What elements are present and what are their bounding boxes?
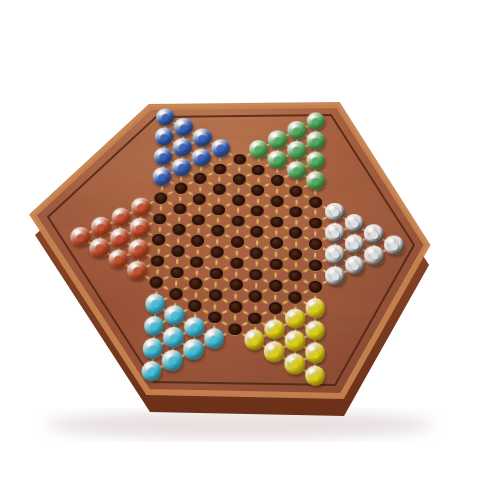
marble-glyph: ● <box>273 154 283 164</box>
board-hole[interactable] <box>212 204 225 215</box>
board-hole[interactable] <box>268 302 281 314</box>
brass-inlay-dash <box>282 268 288 273</box>
board-hole[interactable] <box>194 173 207 184</box>
product-photo-scene: ●●●●●●●●●●●●●●●●●●●●●●●●●●●●●●●●●●●●●●●●… <box>0 0 500 500</box>
marble-green[interactable]: ● <box>306 151 325 170</box>
marble-glyph: ● <box>150 298 160 310</box>
board-hole[interactable] <box>149 277 163 289</box>
brass-inlay-dash <box>263 256 269 261</box>
brass-inlay-dash <box>159 206 162 212</box>
brass-inlay-dash <box>237 187 240 193</box>
brass-inlay-dash <box>177 237 180 243</box>
marble-green[interactable]: ● <box>268 130 287 148</box>
board-hole[interactable] <box>209 289 223 301</box>
board-hole[interactable] <box>249 269 262 281</box>
board-hole[interactable] <box>169 288 183 300</box>
marble-glyph: ● <box>177 162 187 173</box>
brass-inlay-dash <box>164 264 170 269</box>
marble-red[interactable]: ● <box>70 227 91 247</box>
brass-inlay-dash <box>236 228 239 234</box>
marble-glyph: ● <box>292 125 301 135</box>
brass-inlay-dash <box>283 257 289 262</box>
marble-glyph: ● <box>311 176 320 187</box>
marble-red[interactable]: ● <box>131 197 151 216</box>
brass-inlay-dash <box>302 279 308 284</box>
board-hole[interactable] <box>252 165 265 176</box>
board-hole[interactable] <box>190 256 204 268</box>
marble-red[interactable]: ● <box>90 217 111 236</box>
brass-inlay-dash <box>256 198 258 204</box>
board-hole[interactable] <box>269 259 282 271</box>
brass-inlay-dash <box>224 245 230 250</box>
brass-inlay-dash <box>262 300 269 305</box>
board-hole[interactable] <box>232 174 245 185</box>
board-hole[interactable] <box>152 234 166 246</box>
marble-blue[interactable]: ● <box>174 118 194 136</box>
marble-yellow[interactable]: ● <box>305 320 325 341</box>
board-hole[interactable] <box>213 163 226 174</box>
brass-inlay-dash <box>184 254 190 259</box>
marble-glyph: ● <box>179 122 189 132</box>
marble-blue[interactable]: ● <box>191 148 211 167</box>
brass-inlay-dash <box>207 172 213 177</box>
marble-glyph: ● <box>178 142 188 152</box>
marble-glyph: ● <box>148 342 159 354</box>
marble-glyph: ● <box>290 358 300 370</box>
brass-inlay-dash <box>156 269 159 275</box>
marble-white[interactable]: ● <box>345 234 365 254</box>
marble-green[interactable]: ● <box>249 140 268 159</box>
brass-inlay-dash <box>205 234 211 239</box>
brass-inlay-dash <box>303 215 309 220</box>
marble-yellow[interactable]: ● <box>264 341 285 362</box>
brass-inlay-dash <box>283 204 289 209</box>
brass-inlay-dash <box>243 256 249 261</box>
brass-inlay-dash <box>205 223 211 228</box>
brass-inlay-dash <box>245 183 251 188</box>
brass-inlay-dash <box>221 321 228 326</box>
brass-inlay-dash <box>185 244 191 249</box>
board-hole[interactable] <box>154 192 167 203</box>
marble-glyph: ● <box>273 134 282 144</box>
board-hole[interactable] <box>211 225 224 237</box>
board-hole[interactable] <box>151 255 165 267</box>
brass-inlay-dash <box>178 216 181 222</box>
brass-inlay-dash <box>180 175 183 181</box>
marble-white[interactable]: ● <box>384 235 404 255</box>
brass-inlay-dash <box>157 247 160 253</box>
brass-inlay-dash <box>227 162 233 167</box>
brass-inlay-dash <box>245 203 251 208</box>
brass-inlay-dash <box>238 167 240 173</box>
brass-inlay-dash <box>282 289 289 294</box>
board-hole[interactable] <box>229 279 243 291</box>
marble-glyph: ● <box>311 135 320 145</box>
marble-cyan[interactable]: ● <box>183 339 204 360</box>
marble-glyph: ● <box>160 112 170 122</box>
brass-inlay-dash <box>222 310 229 315</box>
brass-inlay-dash <box>244 235 250 240</box>
board-hole[interactable] <box>270 216 283 227</box>
brass-inlay-dash <box>255 240 258 246</box>
marble-glyph: ● <box>113 253 123 264</box>
marble-glyph: ● <box>149 320 159 332</box>
brass-inlay-dash <box>303 226 309 231</box>
brass-inlay-dash <box>243 245 249 250</box>
brass-inlay-dash <box>255 261 258 267</box>
brass-inlay-dash <box>204 244 210 249</box>
marble-glyph: ● <box>209 333 219 345</box>
marble-green[interactable]: ● <box>306 171 325 190</box>
board-hole[interactable] <box>191 235 204 247</box>
board-hole[interactable] <box>228 301 242 313</box>
brass-inlay-dash <box>283 215 289 220</box>
brass-inlay-dash <box>264 183 270 188</box>
marble-glyph: ● <box>389 240 399 251</box>
brass-inlay-dash <box>254 282 257 288</box>
brass-inlay-dash <box>295 178 297 184</box>
board-hole[interactable] <box>172 224 185 236</box>
board-hole[interactable] <box>189 278 203 290</box>
marble-cyan[interactable]: ● <box>142 338 163 359</box>
brass-inlay-dash <box>264 214 270 219</box>
marble-red[interactable]: ● <box>109 228 130 248</box>
brass-inlay-dash <box>226 172 232 177</box>
marble-cyan[interactable]: ● <box>164 305 185 326</box>
brass-inlay-dash <box>202 309 209 314</box>
marble-glyph: ● <box>269 346 279 358</box>
marble-glyph: ● <box>290 335 300 347</box>
brass-inlay-dash <box>223 255 229 260</box>
brass-inlay-dash <box>244 214 250 219</box>
marble-glyph: ● <box>94 242 104 253</box>
marble-white[interactable]: ● <box>325 266 345 286</box>
marble-glyph: ● <box>196 152 206 162</box>
marble-glyph: ● <box>169 309 179 321</box>
board-hole[interactable] <box>192 214 205 225</box>
brass-inlay-dash <box>282 300 289 305</box>
marble-cyan[interactable]: ● <box>204 328 225 349</box>
brass-inlay-dash <box>206 202 212 207</box>
marble-glyph: ● <box>290 313 300 325</box>
marble-glyph: ● <box>270 323 280 335</box>
brass-inlay-dash <box>183 276 189 281</box>
marble-glyph: ● <box>330 207 340 218</box>
marble-glyph: ● <box>146 365 157 377</box>
board-hole[interactable] <box>210 246 223 258</box>
brass-inlay-dash <box>184 265 190 270</box>
brass-inlay-dash <box>302 247 308 252</box>
marble-blue[interactable]: ● <box>192 128 212 146</box>
brass-inlay-dash <box>263 225 269 230</box>
marble-green[interactable]: ● <box>287 161 306 180</box>
marble-glyph: ● <box>310 347 320 359</box>
brass-inlay-dash <box>186 222 192 227</box>
board-hole[interactable] <box>290 186 303 197</box>
brass-inlay-dash <box>275 230 277 236</box>
board-hole[interactable] <box>309 217 322 228</box>
board-hole[interactable] <box>249 290 262 302</box>
board-hole[interactable] <box>289 292 302 304</box>
brass-inlay-dash <box>235 271 238 277</box>
board-hole[interactable] <box>271 175 284 186</box>
marble-glyph: ● <box>350 260 360 271</box>
brass-inlay-dash <box>186 212 192 217</box>
brass-inlay-dash <box>203 287 209 292</box>
marble-glyph: ● <box>330 249 340 260</box>
brass-inlay-dash <box>243 266 249 271</box>
marble-yellow[interactable]: ● <box>285 331 305 352</box>
board-hole[interactable] <box>171 245 185 257</box>
brass-inlay-dash <box>223 277 229 282</box>
brass-inlay-dash <box>202 298 209 303</box>
marble-glyph: ● <box>370 250 380 261</box>
board-hole[interactable] <box>269 280 282 292</box>
brass-inlay-dash <box>314 210 316 216</box>
brass-inlay-dash <box>226 182 232 187</box>
brass-inlay-dash <box>224 234 230 239</box>
marble-white[interactable]: ● <box>364 224 384 244</box>
marble-white[interactable]: ● <box>325 223 345 243</box>
brass-inlay-dash <box>234 315 237 321</box>
marble-glyph: ● <box>96 221 106 232</box>
brass-inlay-dash <box>165 243 171 248</box>
marble-yellow[interactable]: ● <box>284 353 304 374</box>
brass-inlay-dash <box>176 259 179 265</box>
brass-inlay-dash <box>242 299 249 304</box>
brass-inlay-dash <box>167 201 173 206</box>
brass-inlay-dash <box>275 209 277 215</box>
brass-inlay-dash <box>222 288 229 293</box>
marble-red[interactable]: ● <box>128 239 149 259</box>
marble-white[interactable]: ● <box>365 246 385 266</box>
marble-glyph: ● <box>157 171 167 182</box>
brass-inlay-dash <box>264 204 270 209</box>
board-hole[interactable] <box>231 215 244 226</box>
brass-inlay-dash <box>218 197 221 203</box>
brass-inlay-dash <box>314 231 316 237</box>
marble-glyph: ● <box>189 321 199 333</box>
marble-glyph: ● <box>369 229 379 240</box>
marble-glyph: ● <box>292 145 301 155</box>
marble-glyph: ● <box>167 354 178 366</box>
marble-glyph: ● <box>350 239 360 250</box>
brass-inlay-dash <box>225 213 231 218</box>
brass-inlay-dash <box>182 297 188 302</box>
brass-inlay-dash <box>166 222 172 227</box>
marble-glyph: ● <box>132 265 142 276</box>
board-hole[interactable] <box>309 197 322 208</box>
brass-inlay-dash <box>164 254 170 259</box>
marble-cyan[interactable]: ● <box>162 350 183 371</box>
board-hole[interactable] <box>233 154 246 165</box>
brass-inlay-dash <box>263 267 269 272</box>
brass-inlay-dash <box>257 177 259 183</box>
brass-inlay-dash <box>223 266 229 271</box>
board-hole[interactable] <box>289 248 302 260</box>
board-hole[interactable] <box>170 267 184 279</box>
brass-inlay-dash <box>167 212 173 217</box>
marble-green[interactable]: ● <box>306 112 325 130</box>
marble-white[interactable]: ● <box>325 203 344 222</box>
marble-yellow[interactable]: ● <box>305 342 325 363</box>
brass-inlay-dash <box>283 236 289 241</box>
board-hole[interactable] <box>213 184 226 195</box>
brass-inlay-dash <box>274 272 277 278</box>
brass-inlay-dash <box>224 224 230 229</box>
marble-green[interactable]: ● <box>287 141 306 160</box>
brass-inlay-dash <box>265 173 271 178</box>
brass-inlay-dash <box>283 225 289 230</box>
brass-inlay-dash <box>295 220 297 226</box>
brass-inlay-dash <box>199 186 202 192</box>
brass-inlay-dash <box>195 270 198 276</box>
marble-glyph: ● <box>216 143 226 153</box>
marble-glyph: ● <box>292 165 301 176</box>
board-hole[interactable] <box>228 323 242 335</box>
brass-inlay-dash <box>168 191 174 196</box>
marble-glyph: ● <box>133 243 143 254</box>
brass-inlay-dash <box>245 193 251 198</box>
brass-inlay-dash <box>175 280 178 286</box>
marble-red[interactable]: ● <box>89 238 110 258</box>
brass-inlay-dash <box>197 227 200 233</box>
board-hole[interactable] <box>188 300 202 312</box>
marble-glyph: ● <box>310 325 320 337</box>
brass-inlay-dash <box>302 290 309 295</box>
marble-glyph: ● <box>197 132 207 142</box>
board-hole[interactable] <box>153 213 166 224</box>
board-hole[interactable] <box>289 270 302 282</box>
brass-inlay-dash <box>222 299 229 304</box>
marble-blue[interactable]: ● <box>154 127 174 145</box>
brass-inlay-dash <box>207 182 213 187</box>
chinese-checkers-board: ●●●●●●●●●●●●●●●●●●●●●●●●●●●●●●●●●●●●●●●●… <box>0 16 500 500</box>
brass-inlay-dash <box>276 188 278 194</box>
board-hole[interactable] <box>232 195 245 206</box>
brass-inlay-dash <box>264 193 270 198</box>
board-hole[interactable] <box>309 238 322 250</box>
marble-glyph: ● <box>114 232 124 243</box>
brass-inlay-dash <box>314 273 316 279</box>
brass-inlay-dash <box>206 192 212 197</box>
brass-inlay-dash <box>166 232 172 237</box>
brass-inlay-dash <box>262 278 268 283</box>
board-hole[interactable] <box>309 260 322 272</box>
brass-inlay-dash <box>196 249 199 255</box>
brass-inlay-dash <box>263 235 269 240</box>
board-hole[interactable] <box>270 196 283 207</box>
brass-inlay-dash <box>282 278 288 283</box>
board-hole[interactable] <box>193 193 206 204</box>
brass-inlay-dash <box>256 219 259 225</box>
board-hole[interactable] <box>210 268 224 280</box>
brass-inlay-dash <box>294 284 296 290</box>
marble-glyph: ● <box>75 231 85 242</box>
brass-inlay-dash <box>302 236 308 241</box>
marble-green[interactable]: ● <box>306 131 325 149</box>
marble-cyan[interactable]: ● <box>163 327 184 348</box>
marble-white[interactable]: ● <box>325 244 345 264</box>
brass-inlay-dash <box>203 265 209 270</box>
marble-blue[interactable]: ● <box>211 139 231 157</box>
brass-inlay-dash <box>194 292 197 298</box>
brass-inlay-dash <box>218 176 221 182</box>
board-hole[interactable] <box>250 247 263 259</box>
marble-cyan[interactable]: ● <box>184 317 205 338</box>
brass-inlay-dash <box>276 168 278 174</box>
marble-red[interactable]: ● <box>130 218 151 237</box>
marble-blue[interactable]: ● <box>173 138 193 156</box>
board-hole[interactable] <box>174 183 187 194</box>
marble-yellow[interactable]: ● <box>285 308 305 329</box>
board-hole[interactable] <box>248 312 262 324</box>
marble-glyph: ● <box>310 370 320 382</box>
brass-inlay-dash <box>179 196 182 202</box>
marble-glyph: ● <box>249 334 259 346</box>
brass-inlay-dash <box>163 275 170 280</box>
brass-inlay-dash <box>215 281 218 287</box>
marble-glyph: ● <box>116 211 126 222</box>
marble-yellow[interactable]: ● <box>305 298 325 319</box>
board-hole[interactable] <box>230 257 243 269</box>
brass-inlay-dash <box>187 181 193 186</box>
board-hole[interactable] <box>309 281 322 293</box>
marble-blue[interactable]: ● <box>152 167 172 186</box>
brass-inlay-dash <box>303 194 309 199</box>
board-hole[interactable] <box>290 206 303 217</box>
board-hole[interactable] <box>251 205 264 216</box>
brass-inlay-dash <box>163 286 169 291</box>
marble-yellow[interactable]: ● <box>244 329 265 350</box>
marble-glyph: ● <box>135 222 145 233</box>
marble-glyph: ● <box>311 155 320 165</box>
board-hole[interactable] <box>208 311 222 323</box>
brass-inlay-dash <box>242 288 248 293</box>
marble-green[interactable]: ● <box>268 150 287 169</box>
board-hole[interactable] <box>270 237 283 249</box>
brass-inlay-dash <box>275 251 277 257</box>
board-hole[interactable] <box>230 236 243 248</box>
marble-glyph: ● <box>158 151 168 161</box>
marble-yellow[interactable]: ● <box>265 319 285 340</box>
marble-green[interactable]: ● <box>287 121 306 139</box>
brass-inlay-dash <box>295 241 297 247</box>
board-hole[interactable] <box>289 227 302 239</box>
brass-inlay-dash <box>314 252 316 258</box>
brass-inlay-dash <box>185 233 191 238</box>
brass-inlay-dash <box>216 238 219 244</box>
brass-inlay-dash <box>158 226 161 232</box>
marble-white[interactable]: ● <box>345 256 365 276</box>
marble-glyph: ● <box>330 270 340 281</box>
board-hole[interactable] <box>250 226 263 238</box>
brass-inlay-dash <box>244 224 250 229</box>
marble-glyph: ● <box>136 202 146 213</box>
brass-inlay-dash <box>284 184 290 189</box>
board-hole[interactable] <box>251 185 264 196</box>
brass-inlay-dash <box>262 289 269 294</box>
marble-glyph: ● <box>168 332 178 344</box>
marble-yellow[interactable]: ● <box>305 365 325 386</box>
board-hole[interactable] <box>173 203 186 214</box>
brass-inlay-dash <box>203 276 210 281</box>
brass-inlay-dash <box>263 246 269 251</box>
marble-glyph: ● <box>350 218 360 229</box>
marble-glyph: ● <box>254 144 264 154</box>
marble-cyan[interactable]: ● <box>141 361 162 382</box>
brass-inlay-dash <box>187 191 193 196</box>
